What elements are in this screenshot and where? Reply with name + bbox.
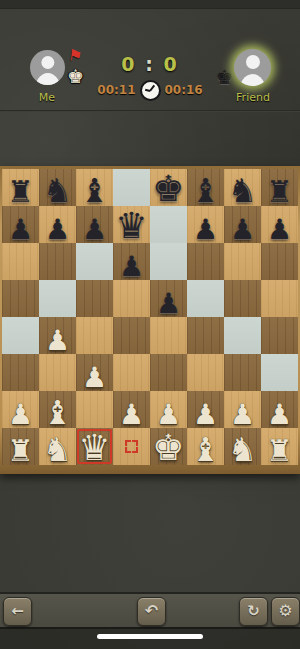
square-h2[interactable]: ♟ [261,391,298,428]
square-f3[interactable] [187,354,224,391]
square-f1[interactable]: ♝ [187,428,224,465]
piece-black-queen-d7[interactable]: ♛ [115,208,147,244]
piece-white-pawn-d2[interactable]: ♟ [119,401,144,429]
square-e6[interactable] [150,243,187,280]
settings-button[interactable]: ⚙ [271,597,300,626]
piece-black-knight-g8[interactable]: ♞ [228,174,258,207]
square-b8[interactable]: ♞ [39,169,76,206]
avatar-friend [234,49,271,86]
black-king-icon: ♚ [216,68,233,87]
square-e2[interactable]: ♟ [150,391,187,428]
square-h3[interactable] [261,354,298,391]
square-f5[interactable] [187,280,224,317]
square-g1[interactable]: ♞ [224,428,261,465]
square-c4[interactable] [76,317,113,354]
square-g5[interactable] [224,280,261,317]
square-h8[interactable]: ♜ [261,169,298,206]
piece-black-pawn-h7[interactable]: ♟ [267,216,292,244]
square-a1[interactable]: ♜ [2,428,39,465]
square-c3[interactable]: ♟ [76,354,113,391]
square-g2[interactable]: ♟ [224,391,261,428]
square-d3[interactable] [113,354,150,391]
square-e7[interactable] [150,206,187,243]
score-separator: : [145,53,155,75]
piece-white-pawn-a2[interactable]: ♟ [8,401,33,429]
piece-white-pawn-b4[interactable]: ♟ [45,327,70,355]
piece-white-pawn-e2[interactable]: ♟ [156,401,181,429]
piece-white-knight-g1[interactable]: ♞ [228,433,258,466]
piece-black-bishop-c8[interactable]: ♝ [80,174,110,207]
square-a6[interactable] [2,243,39,280]
square-b5[interactable] [39,280,76,317]
square-f7[interactable]: ♟ [187,206,224,243]
square-a5[interactable] [2,280,39,317]
square-f2[interactable]: ♟ [187,391,224,428]
piece-black-rook-a8[interactable]: ♜ [7,177,34,207]
square-f8[interactable]: ♝ [187,169,224,206]
square-h1[interactable]: ♜ [261,428,298,465]
square-g4[interactable] [224,317,261,354]
square-a2[interactable]: ♟ [2,391,39,428]
undo-arrow-icon: ↶ [145,601,158,620]
square-b6[interactable] [39,243,76,280]
square-d1[interactable] [113,428,150,465]
square-h7[interactable]: ♟ [261,206,298,243]
square-b1[interactable]: ♞ [39,428,76,465]
piece-white-king-e1[interactable]: ♚ [152,430,184,466]
gear-icon: ⚙ [278,601,292,620]
piece-black-pawn-d6[interactable]: ♟ [119,253,144,281]
square-a3[interactable] [2,354,39,391]
square-b3[interactable] [39,354,76,391]
square-d2[interactable]: ♟ [113,391,150,428]
square-c2[interactable] [76,391,113,428]
square-e4[interactable] [150,317,187,354]
square-g6[interactable] [224,243,261,280]
square-c8[interactable]: ♝ [76,169,113,206]
flip-board-button[interactable]: ↻ [239,597,268,626]
square-h4[interactable] [261,317,298,354]
chess-board-frame: ♜♞♝♚♝♞♜♟♟♟♛♟♟♟♟♟♟♟♟♝♟♟♟♟♟♜♞♛♚♝♞♜ [0,166,300,474]
piece-black-knight-b8[interactable]: ♞ [43,174,73,207]
piece-black-pawn-a7[interactable]: ♟ [8,216,33,244]
piece-black-pawn-e5[interactable]: ♟ [156,290,181,318]
square-g7[interactable]: ♟ [224,206,261,243]
header-divider [0,110,300,112]
square-e5[interactable]: ♟ [150,280,187,317]
score-right: 0 [163,53,178,75]
square-c6[interactable] [76,243,113,280]
piece-white-rook-a1[interactable]: ♜ [7,436,34,466]
last-move-from-marker [125,440,138,453]
piece-white-rook-h1[interactable]: ♜ [266,436,293,466]
last-move-to-marker [77,429,112,464]
timer-friend: 00:16 [165,83,203,97]
piece-black-king-e8[interactable]: ♚ [152,171,184,207]
square-e8[interactable]: ♚ [150,169,187,206]
piece-white-knight-b1[interactable]: ♞ [43,433,73,466]
square-c7[interactable]: ♟ [76,206,113,243]
piece-black-pawn-c7[interactable]: ♟ [82,216,107,244]
square-f6[interactable] [187,243,224,280]
square-b4[interactable]: ♟ [39,317,76,354]
piece-black-pawn-f7[interactable]: ♟ [193,216,218,244]
square-e3[interactable] [150,354,187,391]
piece-white-pawn-h2[interactable]: ♟ [267,401,292,429]
square-d5[interactable] [113,280,150,317]
toolbar: ← ↶ ↻ ⚙ [0,592,300,629]
home-indicator[interactable] [97,634,203,639]
square-a4[interactable] [2,317,39,354]
back-button[interactable]: ← [3,597,32,626]
piece-white-pawn-g2[interactable]: ♟ [230,401,255,429]
refresh-icon: ↻ [247,602,260,620]
status-bar-strip [0,0,300,9]
piece-white-pawn-c3[interactable]: ♟ [82,364,107,392]
piece-white-bishop-f1[interactable]: ♝ [191,433,221,466]
square-h5[interactable] [261,280,298,317]
square-a7[interactable]: ♟ [2,206,39,243]
app-screen: ⚑ ♚ Me 0 : 0 00:1100:16 ♚ Friend ♜♞♝♚♝♞♜… [0,0,300,649]
square-a8[interactable]: ♜ [2,169,39,206]
piece-black-rook-h8[interactable]: ♜ [266,177,293,207]
piece-black-bishop-f8[interactable]: ♝ [191,174,221,207]
timer-me: 00:11 [97,83,135,97]
square-e1[interactable]: ♚ [150,428,187,465]
piece-black-pawn-g7[interactable]: ♟ [230,216,255,244]
square-c5[interactable] [76,280,113,317]
back-arrow-icon: ← [11,602,24,620]
square-d8[interactable] [113,169,150,206]
square-d6[interactable]: ♟ [113,243,150,280]
square-f4[interactable] [187,317,224,354]
score-left: 0 [121,53,136,75]
square-g8[interactable]: ♞ [224,169,261,206]
piece-white-bishop-b2[interactable]: ♝ [43,396,73,429]
square-h6[interactable] [261,243,298,280]
square-d7[interactable]: ♛ [113,206,150,243]
chess-board: ♜♞♝♚♝♞♜♟♟♟♛♟♟♟♟♟♟♟♟♝♟♟♟♟♟♜♞♛♚♝♞♜ [2,169,298,465]
square-c1[interactable]: ♛ [76,428,113,465]
player-name-friend: Friend [236,91,270,104]
square-b2[interactable]: ♝ [39,391,76,428]
square-g3[interactable] [224,354,261,391]
piece-black-pawn-b7[interactable]: ♟ [45,216,70,244]
square-d4[interactable] [113,317,150,354]
undo-button[interactable]: ↶ [137,597,166,626]
piece-white-pawn-f2[interactable]: ♟ [193,401,218,429]
clock-icon [140,80,161,101]
square-b7[interactable]: ♟ [39,206,76,243]
